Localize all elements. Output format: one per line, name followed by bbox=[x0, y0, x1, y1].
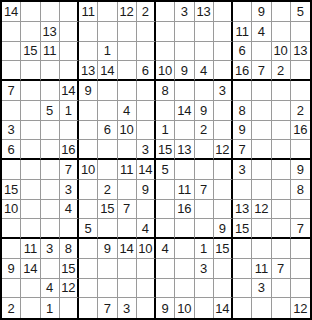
cell-r3c5-empty[interactable] bbox=[79, 42, 98, 62]
cell-r10c1-given[interactable]: 15 bbox=[2, 180, 21, 200]
cell-r13c6-given[interactable]: 9 bbox=[98, 239, 117, 259]
cell-r12c16-given[interactable]: 7 bbox=[291, 219, 310, 239]
cell-r11c7-given[interactable]: 7 bbox=[118, 200, 137, 220]
cell-r14c3-empty[interactable] bbox=[41, 259, 60, 279]
cell-r14c9-empty[interactable] bbox=[156, 259, 175, 279]
cell-r7c6-given[interactable]: 6 bbox=[98, 121, 117, 141]
cell-r5c10-empty[interactable] bbox=[175, 81, 194, 101]
cell-r1c14-given[interactable]: 9 bbox=[252, 2, 271, 22]
cell-r4c2-empty[interactable] bbox=[21, 61, 40, 81]
cell-r16c13-empty[interactable] bbox=[233, 298, 252, 318]
cell-r13c2-given[interactable]: 11 bbox=[21, 239, 40, 259]
cell-r4c14-given[interactable]: 7 bbox=[252, 61, 271, 81]
cell-r9c11-empty[interactable] bbox=[195, 160, 214, 180]
cell-r14c10-empty[interactable] bbox=[175, 259, 194, 279]
cell-r6c5-empty[interactable] bbox=[79, 101, 98, 121]
cell-r16c2-empty[interactable] bbox=[21, 298, 40, 318]
cell-r11c3-empty[interactable] bbox=[41, 200, 60, 220]
cell-r14c16-empty[interactable] bbox=[291, 259, 310, 279]
cell-r1c6-empty[interactable] bbox=[98, 2, 117, 22]
cell-r13c11-given[interactable]: 1 bbox=[195, 239, 214, 259]
cell-r7c13-given[interactable]: 9 bbox=[233, 121, 252, 141]
cell-r12c5-given[interactable]: 5 bbox=[79, 219, 98, 239]
cell-r3c7-empty[interactable] bbox=[118, 42, 137, 62]
cell-r8c1-given[interactable]: 6 bbox=[2, 140, 21, 160]
cell-r11c2-empty[interactable] bbox=[21, 200, 40, 220]
cell-r9c4-given[interactable]: 7 bbox=[60, 160, 79, 180]
cell-r8c16-empty[interactable] bbox=[291, 140, 310, 160]
cell-r6c8-empty[interactable] bbox=[137, 101, 156, 121]
cell-r14c8-empty[interactable] bbox=[137, 259, 156, 279]
cell-r7c7-given[interactable]: 10 bbox=[118, 121, 137, 141]
cell-r1c2-empty[interactable] bbox=[21, 2, 40, 22]
cell-r10c2-empty[interactable] bbox=[21, 180, 40, 200]
cell-r1c4-empty[interactable] bbox=[60, 2, 79, 22]
cell-r14c5-empty[interactable] bbox=[79, 259, 98, 279]
cell-r12c13-given[interactable]: 15 bbox=[233, 219, 252, 239]
cell-r15c5-empty[interactable] bbox=[79, 279, 98, 299]
cell-r4c3-empty[interactable] bbox=[41, 61, 60, 81]
cell-r6c2-empty[interactable] bbox=[21, 101, 40, 121]
cell-r16c5-empty[interactable] bbox=[79, 298, 98, 318]
cell-r2c16-empty[interactable] bbox=[291, 22, 310, 42]
cell-r15c7-empty[interactable] bbox=[118, 279, 137, 299]
cell-r1c10-given[interactable]: 3 bbox=[175, 2, 194, 22]
cell-r2c13-given[interactable]: 11 bbox=[233, 22, 252, 42]
cell-r7c4-empty[interactable] bbox=[60, 121, 79, 141]
cell-r1c5-given[interactable]: 11 bbox=[79, 2, 98, 22]
cell-r11c6-given[interactable]: 15 bbox=[98, 200, 117, 220]
cell-r8c12-given[interactable]: 12 bbox=[214, 140, 233, 160]
cell-r11c5-empty[interactable] bbox=[79, 200, 98, 220]
cell-r15c8-empty[interactable] bbox=[137, 279, 156, 299]
cell-r9c10-empty[interactable] bbox=[175, 160, 194, 180]
cell-r10c4-given[interactable]: 3 bbox=[60, 180, 79, 200]
cell-r9c16-given[interactable]: 9 bbox=[291, 160, 310, 180]
cell-r2c3-given[interactable]: 13 bbox=[41, 22, 60, 42]
cell-r9c1-empty[interactable] bbox=[2, 160, 21, 180]
cell-r5c8-empty[interactable] bbox=[137, 81, 156, 101]
cell-r5c7-empty[interactable] bbox=[118, 81, 137, 101]
cell-r5c5-given[interactable]: 9 bbox=[79, 81, 98, 101]
cell-r10c15-empty[interactable] bbox=[272, 180, 291, 200]
cell-r5c6-empty[interactable] bbox=[98, 81, 117, 101]
cell-r10c11-given[interactable]: 7 bbox=[195, 180, 214, 200]
cell-r8c8-given[interactable]: 3 bbox=[137, 140, 156, 160]
cell-r7c12-empty[interactable] bbox=[214, 121, 233, 141]
cell-r10c8-given[interactable]: 9 bbox=[137, 180, 156, 200]
cell-r5c1-given[interactable]: 7 bbox=[2, 81, 21, 101]
cell-r13c13-empty[interactable] bbox=[233, 239, 252, 259]
cell-r2c7-empty[interactable] bbox=[118, 22, 137, 42]
cell-r8c11-empty[interactable] bbox=[195, 140, 214, 160]
cell-r4c13-given[interactable]: 16 bbox=[233, 61, 252, 81]
cell-r6c16-given[interactable]: 2 bbox=[291, 101, 310, 121]
cell-r12c3-empty[interactable] bbox=[41, 219, 60, 239]
cell-r2c11-empty[interactable] bbox=[195, 22, 214, 42]
cell-r10c12-empty[interactable] bbox=[214, 180, 233, 200]
cell-r16c7-given[interactable]: 3 bbox=[118, 298, 137, 318]
puzzle-page: 1411122313951311415111610131314610941672… bbox=[0, 0, 312, 320]
cell-r11c4-given[interactable]: 4 bbox=[60, 200, 79, 220]
cell-r6c11-given[interactable]: 9 bbox=[195, 101, 214, 121]
cell-r13c8-given[interactable]: 10 bbox=[137, 239, 156, 259]
cell-r15c12-empty[interactable] bbox=[214, 279, 233, 299]
cell-r11c9-empty[interactable] bbox=[156, 200, 175, 220]
cell-r5c11-empty[interactable] bbox=[195, 81, 214, 101]
cell-r5c13-empty[interactable] bbox=[233, 81, 252, 101]
cell-r8c13-given[interactable]: 7 bbox=[233, 140, 252, 160]
cell-r9c13-given[interactable]: 3 bbox=[233, 160, 252, 180]
cell-r10c6-given[interactable]: 2 bbox=[98, 180, 117, 200]
cell-r16c6-given[interactable]: 7 bbox=[98, 298, 117, 318]
cell-r2c1-empty[interactable] bbox=[2, 22, 21, 42]
cell-r11c15-empty[interactable] bbox=[272, 200, 291, 220]
cell-r8c14-empty[interactable] bbox=[252, 140, 271, 160]
cell-r8c5-empty[interactable] bbox=[79, 140, 98, 160]
cell-r12c12-given[interactable]: 9 bbox=[214, 219, 233, 239]
cell-r3c13-given[interactable]: 6 bbox=[233, 42, 252, 62]
cell-r7c3-empty[interactable] bbox=[41, 121, 60, 141]
cell-r2c10-empty[interactable] bbox=[175, 22, 194, 42]
cell-r16c15-empty[interactable] bbox=[272, 298, 291, 318]
cell-r16c8-empty[interactable] bbox=[137, 298, 156, 318]
cell-r15c3-given[interactable]: 4 bbox=[41, 279, 60, 299]
cell-r6c13-given[interactable]: 8 bbox=[233, 101, 252, 121]
cell-r4c16-empty[interactable] bbox=[291, 61, 310, 81]
cell-r16c1-given[interactable]: 2 bbox=[2, 298, 21, 318]
cell-r4c15-given[interactable]: 2 bbox=[272, 61, 291, 81]
cell-r3c15-given[interactable]: 10 bbox=[272, 42, 291, 62]
cell-r16c10-given[interactable]: 10 bbox=[175, 298, 194, 318]
cell-r16c11-empty[interactable] bbox=[195, 298, 214, 318]
cell-r15c16-empty[interactable] bbox=[291, 279, 310, 299]
cell-r6c12-empty[interactable] bbox=[214, 101, 233, 121]
cell-r1c7-given[interactable]: 12 bbox=[118, 2, 137, 22]
cell-r6c9-empty[interactable] bbox=[156, 101, 175, 121]
cell-r13c12-given[interactable]: 15 bbox=[214, 239, 233, 259]
cell-r14c13-empty[interactable] bbox=[233, 259, 252, 279]
cell-r12c4-empty[interactable] bbox=[60, 219, 79, 239]
cell-r10c9-empty[interactable] bbox=[156, 180, 175, 200]
cell-r14c6-empty[interactable] bbox=[98, 259, 117, 279]
cell-r13c3-given[interactable]: 3 bbox=[41, 239, 60, 259]
cell-r11c16-empty[interactable] bbox=[291, 200, 310, 220]
cell-r1c1-given[interactable]: 14 bbox=[2, 2, 21, 22]
cell-r9c14-empty[interactable] bbox=[252, 160, 271, 180]
cell-r8c4-given[interactable]: 16 bbox=[60, 140, 79, 160]
cell-r2c9-empty[interactable] bbox=[156, 22, 175, 42]
cell-r15c1-empty[interactable] bbox=[2, 279, 21, 299]
cell-r3c4-empty[interactable] bbox=[60, 42, 79, 62]
cell-r6c15-empty[interactable] bbox=[272, 101, 291, 121]
cell-r13c15-empty[interactable] bbox=[272, 239, 291, 259]
cell-r4c10-given[interactable]: 9 bbox=[175, 61, 194, 81]
cell-r13c9-given[interactable]: 4 bbox=[156, 239, 175, 259]
cell-r8c7-empty[interactable] bbox=[118, 140, 137, 160]
cell-r15c11-empty[interactable] bbox=[195, 279, 214, 299]
cell-r12c8-given[interactable]: 4 bbox=[137, 219, 156, 239]
cell-r15c9-empty[interactable] bbox=[156, 279, 175, 299]
cell-r7c5-empty[interactable] bbox=[79, 121, 98, 141]
cell-r5c16-empty[interactable] bbox=[291, 81, 310, 101]
cell-r9c7-given[interactable]: 11 bbox=[118, 160, 137, 180]
cell-r14c2-given[interactable]: 14 bbox=[21, 259, 40, 279]
cell-r4c1-empty[interactable] bbox=[2, 61, 21, 81]
cell-r12c10-empty[interactable] bbox=[175, 219, 194, 239]
cell-r11c14-given[interactable]: 12 bbox=[252, 200, 271, 220]
cell-r12c14-empty[interactable] bbox=[252, 219, 271, 239]
cell-r1c8-given[interactable]: 2 bbox=[137, 2, 156, 22]
cell-r8c10-given[interactable]: 13 bbox=[175, 140, 194, 160]
cell-r14c15-given[interactable]: 7 bbox=[272, 259, 291, 279]
cell-r7c9-given[interactable]: 1 bbox=[156, 121, 175, 141]
cell-r3c16-given[interactable]: 13 bbox=[291, 42, 310, 62]
cell-r4c6-given[interactable]: 14 bbox=[98, 61, 117, 81]
cell-r4c7-empty[interactable] bbox=[118, 61, 137, 81]
cell-r6c14-empty[interactable] bbox=[252, 101, 271, 121]
cell-r1c16-given[interactable]: 5 bbox=[291, 2, 310, 22]
cell-r5c4-given[interactable]: 14 bbox=[60, 81, 79, 101]
cell-r5c9-given[interactable]: 8 bbox=[156, 81, 175, 101]
cell-r8c6-empty[interactable] bbox=[98, 140, 117, 160]
cell-r16c14-empty[interactable] bbox=[252, 298, 271, 318]
cell-r14c1-given[interactable]: 9 bbox=[2, 259, 21, 279]
cell-r1c12-empty[interactable] bbox=[214, 2, 233, 22]
cell-r12c7-empty[interactable] bbox=[118, 219, 137, 239]
cell-r1c3-empty[interactable] bbox=[41, 2, 60, 22]
cell-r14c7-empty[interactable] bbox=[118, 259, 137, 279]
cell-r3c8-empty[interactable] bbox=[137, 42, 156, 62]
cell-r5c3-empty[interactable] bbox=[41, 81, 60, 101]
cell-r9c3-empty[interactable] bbox=[41, 160, 60, 180]
cell-r10c10-given[interactable]: 11 bbox=[175, 180, 194, 200]
cell-r13c5-empty[interactable] bbox=[79, 239, 98, 259]
cell-r4c9-given[interactable]: 10 bbox=[156, 61, 175, 81]
cell-r12c11-empty[interactable] bbox=[195, 219, 214, 239]
cell-r8c9-given[interactable]: 15 bbox=[156, 140, 175, 160]
cell-r1c15-empty[interactable] bbox=[272, 2, 291, 22]
cell-r15c14-given[interactable]: 3 bbox=[252, 279, 271, 299]
cell-r3c10-empty[interactable] bbox=[175, 42, 194, 62]
cell-r14c14-given[interactable]: 11 bbox=[252, 259, 271, 279]
cell-r7c2-empty[interactable] bbox=[21, 121, 40, 141]
cell-r7c1-given[interactable]: 3 bbox=[2, 121, 21, 141]
cell-r12c6-empty[interactable] bbox=[98, 219, 117, 239]
cell-r5c15-empty[interactable] bbox=[272, 81, 291, 101]
cell-r6c7-given[interactable]: 4 bbox=[118, 101, 137, 121]
cell-r4c12-empty[interactable] bbox=[214, 61, 233, 81]
cell-r13c10-empty[interactable] bbox=[175, 239, 194, 259]
cell-r1c13-empty[interactable] bbox=[233, 2, 252, 22]
cell-r2c5-empty[interactable] bbox=[79, 22, 98, 42]
cell-r15c6-empty[interactable] bbox=[98, 279, 117, 299]
cell-r4c8-given[interactable]: 6 bbox=[137, 61, 156, 81]
cell-r7c15-empty[interactable] bbox=[272, 121, 291, 141]
cell-r1c11-given[interactable]: 13 bbox=[195, 2, 214, 22]
cell-r10c14-empty[interactable] bbox=[252, 180, 271, 200]
cell-r16c3-given[interactable]: 1 bbox=[41, 298, 60, 318]
cell-r12c2-empty[interactable] bbox=[21, 219, 40, 239]
cell-r3c6-given[interactable]: 1 bbox=[98, 42, 117, 62]
cell-r2c14-given[interactable]: 4 bbox=[252, 22, 271, 42]
cell-r9c8-given[interactable]: 14 bbox=[137, 160, 156, 180]
cell-r9c12-empty[interactable] bbox=[214, 160, 233, 180]
cell-r6c6-empty[interactable] bbox=[98, 101, 117, 121]
cell-r15c2-empty[interactable] bbox=[21, 279, 40, 299]
cell-r3c14-empty[interactable] bbox=[252, 42, 271, 62]
cell-r9c9-given[interactable]: 5 bbox=[156, 160, 175, 180]
cell-r11c11-empty[interactable] bbox=[195, 200, 214, 220]
cell-r6c4-given[interactable]: 1 bbox=[60, 101, 79, 121]
cell-r10c5-empty[interactable] bbox=[79, 180, 98, 200]
cell-r4c11-given[interactable]: 4 bbox=[195, 61, 214, 81]
cell-r2c8-empty[interactable] bbox=[137, 22, 156, 42]
cell-r11c12-empty[interactable] bbox=[214, 200, 233, 220]
cell-r13c4-given[interactable]: 8 bbox=[60, 239, 79, 259]
cell-r13c14-empty[interactable] bbox=[252, 239, 271, 259]
cell-r7c11-given[interactable]: 2 bbox=[195, 121, 214, 141]
cell-r3c2-given[interactable]: 15 bbox=[21, 42, 40, 62]
cell-r4c4-empty[interactable] bbox=[60, 61, 79, 81]
cell-r2c2-empty[interactable] bbox=[21, 22, 40, 42]
cell-r11c1-given[interactable]: 10 bbox=[2, 200, 21, 220]
cell-r10c13-empty[interactable] bbox=[233, 180, 252, 200]
cell-r12c15-empty[interactable] bbox=[272, 219, 291, 239]
cell-r16c16-given[interactable]: 12 bbox=[291, 298, 310, 318]
cell-r6c1-empty[interactable] bbox=[2, 101, 21, 121]
cell-r14c4-given[interactable]: 15 bbox=[60, 259, 79, 279]
cell-r5c2-empty[interactable] bbox=[21, 81, 40, 101]
cell-r13c7-given[interactable]: 14 bbox=[118, 239, 137, 259]
cell-r9c6-empty[interactable] bbox=[98, 160, 117, 180]
cell-r8c15-empty[interactable] bbox=[272, 140, 291, 160]
cell-r15c15-empty[interactable] bbox=[272, 279, 291, 299]
cell-r7c10-empty[interactable] bbox=[175, 121, 194, 141]
cell-r11c10-given[interactable]: 16 bbox=[175, 200, 194, 220]
cell-r9c15-empty[interactable] bbox=[272, 160, 291, 180]
cell-r11c13-given[interactable]: 13 bbox=[233, 200, 252, 220]
cell-r7c14-empty[interactable] bbox=[252, 121, 271, 141]
cell-r10c7-empty[interactable] bbox=[118, 180, 137, 200]
cell-r3c1-empty[interactable] bbox=[2, 42, 21, 62]
cell-r4c5-given[interactable]: 13 bbox=[79, 61, 98, 81]
cell-r6c10-given[interactable]: 14 bbox=[175, 101, 194, 121]
cell-r7c8-empty[interactable] bbox=[137, 121, 156, 141]
sudoku-16x16-board: 1411122313951311415111610131314610941672… bbox=[0, 0, 312, 320]
cell-r5c14-empty[interactable] bbox=[252, 81, 271, 101]
cell-r13c1-empty[interactable] bbox=[2, 239, 21, 259]
cell-r16c12-given[interactable]: 14 bbox=[214, 298, 233, 318]
cell-r8c3-empty[interactable] bbox=[41, 140, 60, 160]
cell-r1c9-empty[interactable] bbox=[156, 2, 175, 22]
cell-r15c13-empty[interactable] bbox=[233, 279, 252, 299]
cell-r14c12-empty[interactable] bbox=[214, 259, 233, 279]
cell-r2c6-empty[interactable] bbox=[98, 22, 117, 42]
cell-r5c12-given[interactable]: 3 bbox=[214, 81, 233, 101]
cell-r3c12-empty[interactable] bbox=[214, 42, 233, 62]
cell-r2c12-empty[interactable] bbox=[214, 22, 233, 42]
cell-r12c1-empty[interactable] bbox=[2, 219, 21, 239]
cell-r3c3-given[interactable]: 11 bbox=[41, 42, 60, 62]
cell-r11c8-empty[interactable] bbox=[137, 200, 156, 220]
cell-r16c9-given[interactable]: 9 bbox=[156, 298, 175, 318]
cell-r16c4-empty[interactable] bbox=[60, 298, 79, 318]
cell-r3c11-empty[interactable] bbox=[195, 42, 214, 62]
cell-r12c9-empty[interactable] bbox=[156, 219, 175, 239]
cell-r6c3-given[interactable]: 5 bbox=[41, 101, 60, 121]
cell-r8c2-empty[interactable] bbox=[21, 140, 40, 160]
cell-r2c4-empty[interactable] bbox=[60, 22, 79, 42]
cell-r15c10-empty[interactable] bbox=[175, 279, 194, 299]
cell-r3c9-empty[interactable] bbox=[156, 42, 175, 62]
cell-r9c5-given[interactable]: 10 bbox=[79, 160, 98, 180]
cell-r10c16-given[interactable]: 8 bbox=[291, 180, 310, 200]
cell-r2c15-empty[interactable] bbox=[272, 22, 291, 42]
cell-r13c16-empty[interactable] bbox=[291, 239, 310, 259]
cell-r7c16-given[interactable]: 16 bbox=[291, 121, 310, 141]
cell-r10c3-empty[interactable] bbox=[41, 180, 60, 200]
cell-r14c11-given[interactable]: 3 bbox=[195, 259, 214, 279]
cell-r9c2-empty[interactable] bbox=[21, 160, 40, 180]
cell-r15c4-given[interactable]: 12 bbox=[60, 279, 79, 299]
